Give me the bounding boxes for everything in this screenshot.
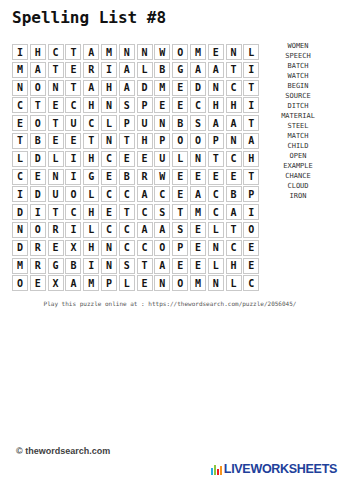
grid-cell[interactable]: C <box>101 151 117 167</box>
grid-cell[interactable]: T <box>48 204 64 220</box>
grid-cell[interactable]: B <box>65 258 81 274</box>
grid-cell[interactable]: S <box>172 222 188 238</box>
word-list-item: CHANCE <box>258 171 338 181</box>
grid-cell[interactable]: L <box>208 222 224 238</box>
grid-cell[interactable]: M <box>190 275 206 291</box>
grid-cell[interactable]: H <box>226 258 242 274</box>
grid-cell[interactable]: T <box>243 80 259 96</box>
grid-cell[interactable]: T <box>65 80 81 96</box>
grid-cell[interactable]: H <box>83 204 99 220</box>
grid-cell[interactable]: P <box>154 133 170 149</box>
grid-cell[interactable]: A <box>243 133 259 149</box>
grid-cell[interactable]: C <box>226 151 242 167</box>
grid-cell[interactable]: U <box>65 115 81 131</box>
play-online-link: Play this puzzle online at : https://the… <box>0 300 340 307</box>
grid-cell[interactable]: E <box>137 275 153 291</box>
grid-cell[interactable]: E <box>65 62 81 78</box>
grid-cell[interactable]: T <box>137 258 153 274</box>
grid-cell[interactable]: N <box>190 151 206 167</box>
grid-cell[interactable]: C <box>65 97 81 113</box>
grid-cell[interactable]: A <box>154 258 170 274</box>
grid-cell[interactable]: E <box>226 169 242 185</box>
word-list-item: DITCH <box>258 101 338 111</box>
grid-cell[interactable]: A <box>137 222 153 238</box>
grid-cell[interactable]: T <box>48 115 64 131</box>
grid-cell[interactable]: P <box>243 186 259 202</box>
grid-cell[interactable]: N <box>208 240 224 256</box>
grid-cell[interactable]: O <box>30 80 46 96</box>
grid-cell[interactable]: I <box>30 204 46 220</box>
grid-cell[interactable]: C <box>12 97 28 113</box>
grid-cell[interactable]: M <box>101 44 117 60</box>
grid-cell[interactable]: L <box>226 275 242 291</box>
word-list-item: EXAMPLE <box>258 161 338 171</box>
grid-cell[interactable]: T <box>119 133 135 149</box>
grid-cell[interactable]: S <box>154 204 170 220</box>
grid-cell[interactable]: O <box>172 133 188 149</box>
grid-cell[interactable]: U <box>137 115 153 131</box>
grid-cell[interactable]: E <box>65 133 81 149</box>
grid-cell[interactable]: B <box>172 115 188 131</box>
grid-cell[interactable]: C <box>83 115 99 131</box>
grid-cell[interactable]: O <box>65 186 81 202</box>
grid-cell[interactable]: O <box>30 222 46 238</box>
grid-cell[interactable]: R <box>83 62 99 78</box>
grid-cell[interactable]: U <box>48 186 64 202</box>
grid-cell[interactable]: C <box>101 186 117 202</box>
grid-cell[interactable]: C <box>101 222 117 238</box>
grid-cell[interactable]: A <box>119 62 135 78</box>
word-list-item: SPEECH <box>258 51 338 61</box>
grid-cell[interactable]: N <box>226 44 242 60</box>
grid-cell[interactable]: N <box>101 97 117 113</box>
grid-cell[interactable]: E <box>30 169 46 185</box>
grid-cell[interactable]: N <box>154 275 170 291</box>
grid-cell[interactable]: N <box>101 133 117 149</box>
grid-cell[interactable]: O <box>154 240 170 256</box>
grid-cell[interactable]: C <box>208 204 224 220</box>
grid-cell[interactable]: O <box>30 115 46 131</box>
grid-cell[interactable]: P <box>208 133 224 149</box>
word-list-item: BATCH <box>258 61 338 71</box>
grid-cell[interactable]: O <box>172 275 188 291</box>
grid-cell[interactable]: A <box>65 275 81 291</box>
grid-cell[interactable]: L <box>172 151 188 167</box>
grid-cell[interactable]: N <box>48 169 64 185</box>
grid-cell[interactable]: H <box>30 44 46 60</box>
word-list: WOMENSPEECHBATCHWATCHBEGINSOURCEDITCHMAT… <box>258 41 338 201</box>
grid-cell[interactable]: E <box>208 44 224 60</box>
word-list-item: SOURCE <box>258 91 338 101</box>
grid-cell[interactable]: H <box>101 80 117 96</box>
grid-cell[interactable]: G <box>83 169 99 185</box>
grid-cell[interactable]: L <box>48 151 64 167</box>
grid-cell[interactable]: E <box>190 240 206 256</box>
grid-cell[interactable]: T <box>172 204 188 220</box>
grid-cell[interactable]: N <box>208 80 224 96</box>
grid-cell[interactable]: W <box>154 169 170 185</box>
grid-cell[interactable]: C <box>243 275 259 291</box>
grid-cell[interactable]: A <box>208 62 224 78</box>
grid-cell[interactable]: X <box>65 240 81 256</box>
grid-cell[interactable]: O <box>190 133 206 149</box>
liveworksheets-brand: LIVEWORKSHEETS <box>211 461 337 477</box>
grid-cell[interactable]: A <box>83 80 99 96</box>
grid-cell[interactable]: T <box>226 222 242 238</box>
grid-cell[interactable]: E <box>12 115 28 131</box>
grid-cell[interactable]: H <box>83 151 99 167</box>
grid-cell[interactable]: O <box>243 222 259 238</box>
grid-cell[interactable]: T <box>243 169 259 185</box>
grid-cell[interactable]: S <box>190 115 206 131</box>
grid-cell[interactable]: H <box>226 97 242 113</box>
grid-cell[interactable]: G <box>48 258 64 274</box>
grid-cell[interactable]: A <box>154 222 170 238</box>
grid-cell[interactable]: E <box>48 97 64 113</box>
grid-cell[interactable]: H <box>137 133 153 149</box>
grid-cell[interactable]: E <box>172 258 188 274</box>
grid-cell[interactable]: N <box>48 80 64 96</box>
grid-cell[interactable]: L <box>83 186 99 202</box>
grid-cell[interactable]: I <box>65 222 81 238</box>
grid-cell[interactable]: T <box>30 97 46 113</box>
liveworksheets-logo-icon <box>211 463 223 475</box>
grid-cell[interactable]: C <box>208 186 224 202</box>
grid-cell[interactable]: N <box>101 240 117 256</box>
grid-cell[interactable]: M <box>12 258 28 274</box>
grid-cell[interactable]: A <box>83 44 99 60</box>
grid-cell[interactable]: L <box>119 275 135 291</box>
grid-cell[interactable]: R <box>48 222 64 238</box>
grid-cell[interactable]: N <box>208 275 224 291</box>
grid-cell[interactable]: A <box>190 62 206 78</box>
grid-cell[interactable]: E <box>101 204 117 220</box>
grid-cell[interactable]: I <box>243 62 259 78</box>
grid-cell[interactable]: C <box>119 222 135 238</box>
grid-cell[interactable]: H <box>243 151 259 167</box>
grid-cell[interactable]: C <box>119 186 135 202</box>
grid-cell[interactable]: R <box>137 169 153 185</box>
grid-cell[interactable]: C <box>226 240 242 256</box>
grid-cell[interactable]: B <box>119 169 135 185</box>
grid-cell[interactable]: I <box>65 169 81 185</box>
grid-cell[interactable]: G <box>172 62 188 78</box>
grid-cell[interactable]: N <box>154 115 170 131</box>
grid-cell[interactable]: C <box>48 44 64 60</box>
grid-cell[interactable]: I <box>12 44 28 60</box>
grid-cell[interactable]: A <box>30 62 46 78</box>
grid-cell[interactable]: T <box>208 151 224 167</box>
grid-cell[interactable]: C <box>190 97 206 113</box>
grid-cell[interactable]: E <box>137 151 153 167</box>
grid-cell[interactable]: E <box>243 240 259 256</box>
grid-cell[interactable]: A <box>119 80 135 96</box>
grid-cell[interactable]: I <box>243 97 259 113</box>
grid-cell[interactable]: I <box>12 186 28 202</box>
grid-cell[interactable]: D <box>12 204 28 220</box>
grid-cell[interactable]: T <box>119 204 135 220</box>
grid-cell[interactable]: M <box>190 44 206 60</box>
word-list-item: WOMEN <box>258 41 338 51</box>
grid-cell[interactable]: E <box>48 133 64 149</box>
grid-cell[interactable]: L <box>137 62 153 78</box>
grid-cell[interactable]: N <box>101 258 117 274</box>
grid-cell[interactable]: T <box>12 133 28 149</box>
grid-cell[interactable]: I <box>101 62 117 78</box>
grid-cell[interactable]: P <box>137 97 153 113</box>
grid-cell[interactable]: P <box>101 275 117 291</box>
grid-cell[interactable]: E <box>243 258 259 274</box>
liveworksheets-brand-text: LIVEWORKSHEETS <box>224 462 337 476</box>
word-list-item: WATCH <box>258 71 338 81</box>
grid-cell[interactable]: S <box>119 258 135 274</box>
word-list-item: STEEL <box>258 121 338 131</box>
grid-cell[interactable]: M <box>190 204 206 220</box>
grid-cell[interactable]: E <box>48 240 64 256</box>
grid-cell[interactable]: H <box>83 240 99 256</box>
grid-cell[interactable]: E <box>172 80 188 96</box>
grid-cell[interactable]: H <box>208 97 224 113</box>
grid-cell[interactable]: I <box>83 258 99 274</box>
grid-cell[interactable]: E <box>190 222 206 238</box>
grid-cell[interactable]: X <box>48 275 64 291</box>
grid-cell[interactable]: A <box>190 186 206 202</box>
grid-cell[interactable]: B <box>154 62 170 78</box>
grid-cell[interactable]: T <box>65 44 81 60</box>
grid-cell[interactable]: C <box>137 204 153 220</box>
word-list-item: MATERIAL <box>258 111 338 121</box>
word-list-item: BEGIN <box>258 81 338 91</box>
copyright: © thewordsearch.com <box>16 446 110 456</box>
grid-cell[interactable]: E <box>172 169 188 185</box>
grid-cell[interactable]: E <box>190 258 206 274</box>
grid-cell[interactable]: A <box>226 115 242 131</box>
grid-cell[interactable]: E <box>101 169 117 185</box>
grid-cell[interactable]: D <box>137 80 153 96</box>
grid-cell[interactable]: P <box>172 240 188 256</box>
grid-cell[interactable]: A <box>208 115 224 131</box>
grid-cell[interactable]: T <box>226 62 242 78</box>
grid-cell[interactable]: D <box>30 151 46 167</box>
grid-cell[interactable]: C <box>226 80 242 96</box>
word-list-item: CLOUD <box>258 181 338 191</box>
grid-cell[interactable]: N <box>12 80 28 96</box>
grid-cell[interactable]: U <box>154 151 170 167</box>
grid-cell[interactable]: E <box>172 97 188 113</box>
grid-cell[interactable]: O <box>12 275 28 291</box>
grid-cell[interactable]: L <box>208 258 224 274</box>
word-list-item: IRON <box>258 191 338 201</box>
grid-cell[interactable]: D <box>190 80 206 96</box>
grid-cell[interactable]: N <box>12 222 28 238</box>
grid-cell[interactable]: M <box>154 80 170 96</box>
grid-cell[interactable]: B <box>30 133 46 149</box>
grid-cell[interactable]: C <box>154 186 170 202</box>
grid-cell[interactable]: E <box>119 151 135 167</box>
grid-cell[interactable]: N <box>226 133 242 149</box>
grid-cell[interactable]: P <box>119 115 135 131</box>
grid-cell[interactable]: C <box>119 240 135 256</box>
grid-cell[interactable]: L <box>101 115 117 131</box>
word-list-item: OPEN <box>258 151 338 161</box>
grid-cell[interactable]: E <box>30 275 46 291</box>
grid-cell[interactable]: D <box>12 240 28 256</box>
grid-cell[interactable]: B <box>226 186 242 202</box>
grid-cell[interactable]: M <box>12 62 28 78</box>
grid-cell[interactable]: L <box>243 44 259 60</box>
grid-cell[interactable]: E <box>208 169 224 185</box>
word-list-item: CHILD <box>258 141 338 151</box>
grid-cell[interactable]: L <box>12 151 28 167</box>
puzzle-title: Spelling List #8 <box>12 8 166 27</box>
grid-cell[interactable]: L <box>83 222 99 238</box>
grid-cell[interactable]: A <box>137 186 153 202</box>
grid-cell[interactable]: T <box>83 133 99 149</box>
grid-cell[interactable]: O <box>172 44 188 60</box>
grid-cell[interactable]: E <box>172 186 188 202</box>
grid-cell[interactable]: N <box>137 44 153 60</box>
word-list-item: MATCH <box>258 131 338 141</box>
grid-cell[interactable]: E <box>190 169 206 185</box>
grid-cell[interactable]: D <box>30 186 46 202</box>
grid-cell[interactable]: E <box>154 97 170 113</box>
grid-cell[interactable]: S <box>119 97 135 113</box>
grid-cell[interactable]: I <box>65 151 81 167</box>
grid-cell[interactable]: W <box>154 44 170 60</box>
grid-cell[interactable]: N <box>119 44 135 60</box>
grid-cell[interactable]: C <box>137 240 153 256</box>
grid-cell[interactable]: I <box>243 204 259 220</box>
grid-cell[interactable]: R <box>30 258 46 274</box>
grid-cell[interactable]: H <box>83 97 99 113</box>
grid-cell[interactable]: A <box>226 204 242 220</box>
grid-cell[interactable]: R <box>30 240 46 256</box>
grid-cell[interactable]: M <box>83 275 99 291</box>
grid-cell[interactable]: T <box>243 115 259 131</box>
grid-cell[interactable]: C <box>65 204 81 220</box>
grid-cell[interactable]: T <box>48 62 64 78</box>
grid-cell[interactable]: C <box>12 169 28 185</box>
word-search-grid: IHCTAMNNWOMENLMATERIALBGAATINONTAHADMEDN… <box>12 44 259 291</box>
